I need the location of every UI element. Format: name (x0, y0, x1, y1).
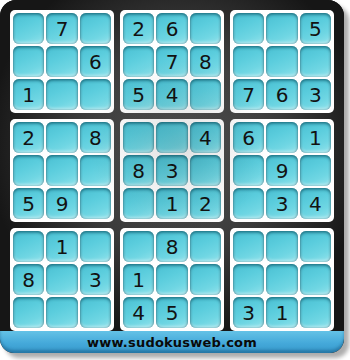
block-2-3: 61934 (230, 119, 334, 222)
cell-r7c5[interactable]: 8 (156, 231, 187, 262)
cell-r2c7[interactable] (233, 46, 264, 77)
cell-r6c9[interactable]: 4 (300, 188, 331, 219)
cell-r7c4[interactable] (123, 231, 154, 262)
cell-r8c7[interactable] (233, 264, 264, 295)
cell-r7c7[interactable] (233, 231, 264, 262)
cell-r4c4[interactable] (123, 122, 154, 153)
block-2-2: 48312 (120, 119, 224, 222)
cell-r7c6[interactable] (190, 231, 221, 262)
cell-r2c2[interactable] (46, 46, 77, 77)
cell-r5c3[interactable] (80, 155, 111, 186)
cell-r4c7[interactable]: 6 (233, 122, 264, 153)
cell-r8c1[interactable]: 8 (13, 264, 44, 295)
cell-r4c6[interactable]: 4 (190, 122, 221, 153)
cell-r1c2[interactable]: 7 (46, 13, 77, 44)
cell-r5c9[interactable] (300, 155, 331, 186)
cell-r5c8[interactable]: 9 (266, 155, 297, 186)
block-2-1: 2859 (10, 119, 114, 222)
cell-r1c8[interactable] (266, 13, 297, 44)
cell-r9c1[interactable] (13, 297, 44, 328)
cell-r8c5[interactable] (156, 264, 187, 295)
block-3-2: 8145 (120, 228, 224, 331)
cell-r6c2[interactable]: 9 (46, 188, 77, 219)
cell-r5c7[interactable] (233, 155, 264, 186)
cell-r1c6[interactable] (190, 13, 221, 44)
cell-r4c3[interactable]: 8 (80, 122, 111, 153)
cell-r2c8[interactable] (266, 46, 297, 77)
cell-r1c5[interactable]: 6 (156, 13, 187, 44)
cell-r8c2[interactable] (46, 264, 77, 295)
cell-r3c6[interactable] (190, 79, 221, 110)
cell-r4c5[interactable] (156, 122, 187, 153)
sudoku-grid: 761267854576328594831261934183814531 (10, 10, 334, 331)
site-url[interactable]: www.sudokusweb.com (87, 335, 257, 350)
footer-bar: www.sudokusweb.com (0, 331, 344, 353)
cell-r1c3[interactable] (80, 13, 111, 44)
board-frame: 761267854576328594831261934183814531 (0, 0, 344, 331)
cell-r9c7[interactable]: 3 (233, 297, 264, 328)
block-3-3: 31 (230, 228, 334, 331)
cell-r2c1[interactable] (13, 46, 44, 77)
cell-r7c2[interactable]: 1 (46, 231, 77, 262)
cell-r4c1[interactable]: 2 (13, 122, 44, 153)
cell-r2c4[interactable] (123, 46, 154, 77)
cell-r8c6[interactable] (190, 264, 221, 295)
cell-r3c9[interactable]: 3 (300, 79, 331, 110)
cell-r9c9[interactable] (300, 297, 331, 328)
block-1-1: 761 (10, 10, 114, 113)
cell-r6c8[interactable]: 3 (266, 188, 297, 219)
cell-r9c2[interactable] (46, 297, 77, 328)
cell-r5c4[interactable]: 8 (123, 155, 154, 186)
cell-r1c9[interactable]: 5 (300, 13, 331, 44)
cell-r7c3[interactable] (80, 231, 111, 262)
cell-r3c5[interactable]: 4 (156, 79, 187, 110)
cell-r3c1[interactable]: 1 (13, 79, 44, 110)
cell-r2c5[interactable]: 7 (156, 46, 187, 77)
cell-r6c3[interactable] (80, 188, 111, 219)
cell-r8c4[interactable]: 1 (123, 264, 154, 295)
cell-r5c6[interactable] (190, 155, 221, 186)
cell-r7c1[interactable] (13, 231, 44, 262)
cell-r9c8[interactable]: 1 (266, 297, 297, 328)
cell-r3c8[interactable]: 6 (266, 79, 297, 110)
cell-r8c9[interactable] (300, 264, 331, 295)
cell-r8c3[interactable]: 3 (80, 264, 111, 295)
sudoku-board: 761267854576328594831261934183814531 www… (0, 0, 344, 353)
cell-r2c3[interactable]: 6 (80, 46, 111, 77)
cell-r3c7[interactable]: 7 (233, 79, 264, 110)
cell-r4c9[interactable]: 1 (300, 122, 331, 153)
cell-r3c2[interactable] (46, 79, 77, 110)
cell-r3c3[interactable] (80, 79, 111, 110)
cell-r4c2[interactable] (46, 122, 77, 153)
cell-r8c8[interactable] (266, 264, 297, 295)
cell-r6c4[interactable] (123, 188, 154, 219)
cell-r9c5[interactable]: 5 (156, 297, 187, 328)
block-3-1: 183 (10, 228, 114, 331)
cell-r1c7[interactable] (233, 13, 264, 44)
cell-r7c8[interactable] (266, 231, 297, 262)
cell-r9c6[interactable] (190, 297, 221, 328)
cell-r2c6[interactable]: 8 (190, 46, 221, 77)
cell-r1c1[interactable] (13, 13, 44, 44)
cell-r7c9[interactable] (300, 231, 331, 262)
cell-r9c3[interactable] (80, 297, 111, 328)
cell-r4c8[interactable] (266, 122, 297, 153)
block-1-2: 267854 (120, 10, 224, 113)
cell-r5c2[interactable] (46, 155, 77, 186)
cell-r6c7[interactable] (233, 188, 264, 219)
cell-r9c4[interactable]: 4 (123, 297, 154, 328)
cell-r6c5[interactable]: 1 (156, 188, 187, 219)
cell-r1c4[interactable]: 2 (123, 13, 154, 44)
block-1-3: 5763 (230, 10, 334, 113)
cell-r6c1[interactable]: 5 (13, 188, 44, 219)
cell-r6c6[interactable]: 2 (190, 188, 221, 219)
cell-r3c4[interactable]: 5 (123, 79, 154, 110)
cell-r5c5[interactable]: 3 (156, 155, 187, 186)
cell-r2c9[interactable] (300, 46, 331, 77)
cell-r5c1[interactable] (13, 155, 44, 186)
